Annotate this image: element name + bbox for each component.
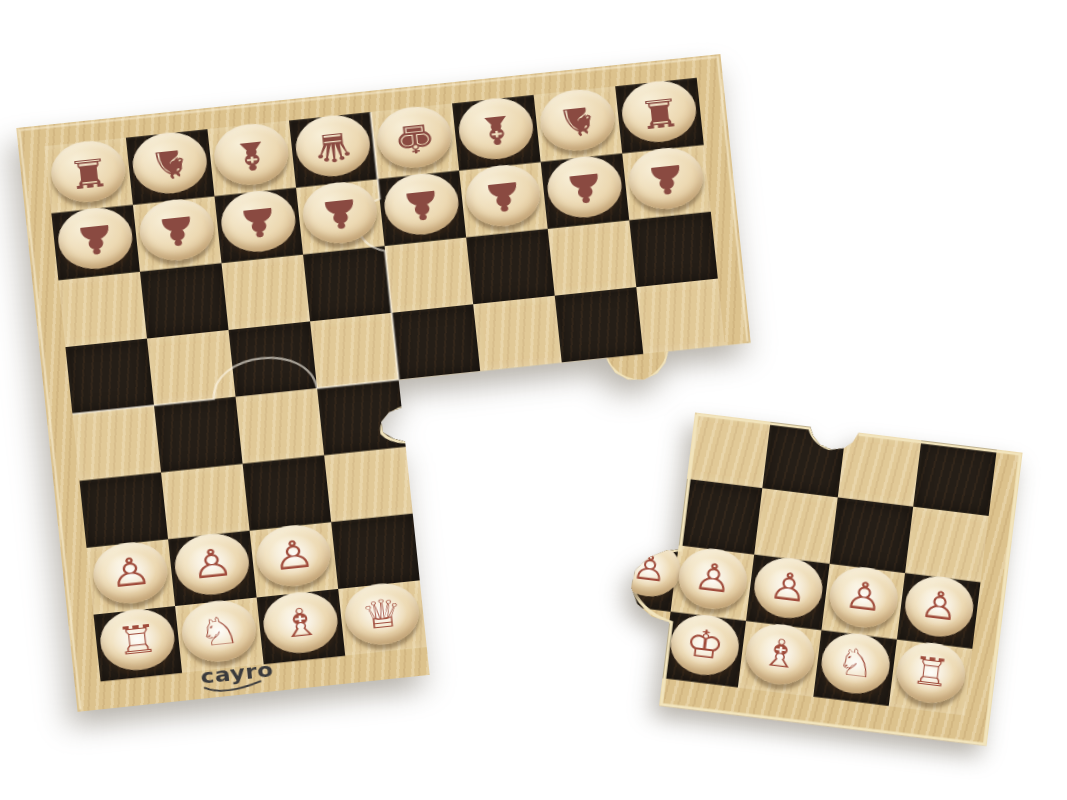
white-knight-icon: ♘ [834, 642, 877, 686]
white-pawn-icon: ♙ [270, 534, 316, 578]
piece-black-pawn-e7[interactable]: ♟ [381, 170, 461, 238]
piece-white-king-e1[interactable]: ♔ [667, 611, 742, 679]
black-bishop-icon: ♝ [228, 132, 274, 176]
black-pawn-icon: ♟ [398, 182, 444, 226]
piece-white-pawn-d2[interactable]: ♙ [616, 538, 684, 600]
white-bishop-icon: ♗ [277, 600, 323, 644]
piece-white-pawn-e2[interactable]: ♙ [676, 545, 751, 613]
piece-white-pawn-h2[interactable]: ♙ [902, 573, 977, 641]
black-pawn-icon: ♟ [643, 156, 689, 200]
white-pawn-icon: ♙ [918, 584, 961, 628]
piece-white-rook-h1[interactable]: ♖ [894, 639, 969, 707]
piece-black-knight-b8[interactable]: ♞ [130, 129, 210, 197]
black-pawn-icon: ♟ [317, 191, 363, 235]
black-knight-icon: ♞ [554, 98, 600, 142]
detached-puzzle-piece[interactable]: ♙♙♙♙♙♔♗♘♖ [605, 406, 1022, 746]
white-rook-icon: ♖ [910, 651, 953, 695]
white-pawn-icon: ♙ [630, 549, 669, 589]
piece-white-queen-d1[interactable]: ♕ [342, 580, 422, 648]
black-king-icon: ♚ [391, 115, 437, 159]
piece-white-bishop-c1[interactable]: ♗ [261, 589, 341, 657]
piece-white-pawn-b2[interactable]: ♙ [172, 530, 252, 598]
white-bishop-icon: ♗ [759, 632, 802, 676]
black-pawn-icon: ♟ [561, 165, 607, 209]
black-pawn-icon: ♟ [72, 216, 118, 260]
black-pawn-icon: ♟ [235, 199, 281, 243]
white-knight-icon: ♘ [196, 609, 242, 653]
piece-white-bishop-f1[interactable]: ♗ [743, 620, 818, 688]
piece-black-bishop-f8[interactable]: ♝ [456, 95, 536, 163]
piece-white-pawn-g2[interactable]: ♙ [826, 563, 901, 631]
piece-black-rook-a8[interactable]: ♜ [48, 138, 128, 206]
piece-black-king-e8[interactable]: ♚ [374, 103, 454, 171]
piece-black-pawn-f7[interactable]: ♟ [463, 162, 543, 230]
detached-piece-pieces-layer: ♙♙♙♙♙♔♗♘♖ [605, 406, 1022, 746]
white-pawn-icon: ♙ [691, 557, 734, 601]
black-pawn-icon: ♟ [480, 173, 526, 217]
piece-black-pawn-h7[interactable]: ♟ [626, 144, 706, 212]
piece-black-rook-h8[interactable]: ♜ [619, 78, 699, 146]
piece-white-pawn-c2[interactable]: ♙ [254, 522, 334, 590]
black-rook-icon: ♜ [636, 89, 682, 133]
piece-black-pawn-g7[interactable]: ♟ [545, 153, 625, 221]
piece-black-pawn-b7[interactable]: ♟ [137, 196, 217, 264]
white-rook-icon: ♖ [114, 618, 160, 662]
piece-white-pawn-f2[interactable]: ♙ [751, 554, 826, 622]
black-queen-icon: ♛ [310, 124, 356, 168]
black-rook-icon: ♜ [65, 149, 111, 193]
detached-puzzle-piece-wrap: ♙♙♙♙♙♔♗♘♖ [605, 406, 1022, 746]
black-pawn-icon: ♟ [154, 208, 200, 252]
piece-black-queen-d8[interactable]: ♛ [293, 112, 373, 180]
white-pawn-icon: ♙ [842, 575, 885, 619]
white-pawn-icon: ♙ [767, 566, 810, 610]
white-pawn-icon: ♙ [189, 542, 235, 586]
piece-white-pawn-a2[interactable]: ♙ [90, 539, 170, 607]
white-pawn-icon: ♙ [107, 551, 153, 595]
piece-white-rook-a1[interactable]: ♖ [97, 606, 177, 674]
piece-black-bishop-c8[interactable]: ♝ [211, 120, 291, 188]
piece-black-pawn-c7[interactable]: ♟ [218, 187, 298, 255]
black-knight-icon: ♞ [147, 141, 193, 185]
piece-black-pawn-a7[interactable]: ♟ [55, 204, 135, 272]
piece-white-knight-g1[interactable]: ♘ [818, 630, 893, 698]
white-queen-icon: ♕ [359, 592, 405, 636]
piece-white-knight-b1[interactable]: ♘ [179, 597, 259, 665]
piece-black-knight-g8[interactable]: ♞ [538, 86, 618, 154]
black-bishop-icon: ♝ [473, 107, 519, 151]
piece-black-pawn-d7[interactable]: ♟ [300, 179, 380, 247]
white-king-icon: ♔ [683, 623, 726, 667]
